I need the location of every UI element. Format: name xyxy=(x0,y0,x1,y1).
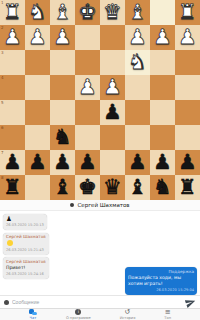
black-king: ♚ xyxy=(78,175,97,200)
rank-label: 4 xyxy=(1,76,4,80)
square-e8[interactable]: ♚ xyxy=(75,175,100,200)
black-pawn: ♟ xyxy=(53,150,72,175)
square-d2[interactable] xyxy=(100,25,125,50)
white-knight: ♞ xyxy=(128,50,147,75)
square-c5[interactable] xyxy=(125,100,150,125)
black-pawn: ♟ xyxy=(78,150,97,175)
square-d7[interactable] xyxy=(100,150,125,175)
black-pawn: ♟ xyxy=(153,150,172,175)
square-b6[interactable] xyxy=(150,125,175,150)
square-h1[interactable]: 1♜ xyxy=(0,0,25,25)
square-b8[interactable]: ♞ xyxy=(150,175,175,200)
rank-label: 7 xyxy=(1,151,4,155)
square-d1[interactable]: ♛ xyxy=(100,0,125,25)
square-g5[interactable] xyxy=(25,100,50,125)
message-body: Пожалуйста ходи, мы хотим играть! xyxy=(128,275,194,287)
square-c7[interactable]: ♟ xyxy=(125,150,150,175)
square-f8[interactable]: ♝ xyxy=(50,175,75,200)
black-pawn: ♟ xyxy=(178,150,197,175)
black-knight: ♞ xyxy=(53,125,72,150)
square-h6[interactable]: 6 xyxy=(0,125,25,150)
square-e7[interactable]: ♟ xyxy=(75,150,100,175)
chess-board[interactable]: 1♜♞♝♚♛♝♜2♟♟♟♟♟♟3♞4♟♟5♟6♞7♟♟♟♟♟♟♟8♜♝♚♛♝♞♜ xyxy=(0,0,200,200)
white-pawn: ♟ xyxy=(78,75,97,100)
square-d8[interactable]: ♛ xyxy=(100,175,125,200)
white-pawn: ♟ xyxy=(28,25,47,50)
white-pawn: ♟ xyxy=(178,25,197,50)
info-circle-icon: i xyxy=(75,309,81,315)
square-a6[interactable] xyxy=(175,125,200,150)
square-b7[interactable]: ♟ xyxy=(150,150,175,175)
square-a5[interactable] xyxy=(175,100,200,125)
nav-tab-label: Топ xyxy=(164,316,171,320)
smiley-emoji-icon xyxy=(7,240,13,246)
black-rook: ♜ xyxy=(178,175,197,200)
square-h3[interactable]: 3 xyxy=(0,50,25,75)
square-f3[interactable] xyxy=(50,50,75,75)
message-sender: Сергей Шахматов xyxy=(6,259,46,265)
black-bishop: ♝ xyxy=(128,175,147,200)
send-button[interactable] xyxy=(184,297,196,308)
square-f1[interactable]: ♝ xyxy=(50,0,75,25)
black-bishop: ♝ xyxy=(53,175,72,200)
message-timestamp: 26.03.2020 15:29:04 xyxy=(128,288,194,293)
square-f4[interactable] xyxy=(50,75,75,100)
bottom-nav-bar: ЧатiО программе↺История≡Топ xyxy=(0,308,200,320)
nav-tab-о-программе[interactable]: iО программе xyxy=(66,309,91,320)
square-c6[interactable] xyxy=(125,125,150,150)
nav-tab-label: История xyxy=(120,316,136,320)
white-pawn: ♟ xyxy=(153,25,172,50)
square-g6[interactable] xyxy=(25,125,50,150)
chat-bubbles-icon xyxy=(29,309,37,315)
square-a4[interactable] xyxy=(175,75,200,100)
online-dot-icon xyxy=(70,203,74,207)
square-d3[interactable] xyxy=(100,50,125,75)
square-g2[interactable]: ♟ xyxy=(25,25,50,50)
black-knight: ♞ xyxy=(153,175,172,200)
square-b3[interactable] xyxy=(150,50,175,75)
message-input-bar xyxy=(0,295,200,308)
chat-message-list: ♟26.03.2020 15:20:13Сергей Шахматов26.03… xyxy=(0,211,200,295)
square-c2[interactable]: ♟ xyxy=(125,25,150,50)
emoji-icon[interactable] xyxy=(4,300,9,305)
incoming-message: Сергей Шахматов26.03.2020 15:21:43 xyxy=(3,233,49,255)
white-king: ♚ xyxy=(78,0,97,25)
nav-tab-топ[interactable]: ≡Топ xyxy=(164,309,171,320)
square-b1[interactable] xyxy=(150,0,175,25)
white-bishop: ♝ xyxy=(128,0,147,25)
white-pawn: ♟ xyxy=(53,25,72,50)
black-rook: ♜ xyxy=(3,175,22,200)
white-knight: ♞ xyxy=(28,0,47,25)
black-pawn: ♟ xyxy=(128,150,147,175)
square-e3[interactable] xyxy=(75,50,100,75)
square-g3[interactable] xyxy=(25,50,50,75)
square-e4[interactable]: ♟ xyxy=(75,75,100,100)
square-h2[interactable]: 2♟ xyxy=(0,25,25,50)
outgoing-message: ПоддержкаПожалуйста ходи, мы хотим играт… xyxy=(125,267,197,295)
rank-label: 1 xyxy=(1,1,4,5)
white-pawn: ♟ xyxy=(128,25,147,50)
black-pawn: ♟ xyxy=(28,150,47,175)
square-a1[interactable]: ♜ xyxy=(175,0,200,25)
square-a7[interactable]: ♟ xyxy=(175,150,200,175)
rank-label: 5 xyxy=(1,101,4,105)
square-f2[interactable]: ♟ xyxy=(50,25,75,50)
square-b2[interactable]: ♟ xyxy=(150,25,175,50)
white-rook: ♜ xyxy=(178,0,197,25)
game-header: Сергей Шахматов xyxy=(0,200,200,211)
square-e1[interactable]: ♚ xyxy=(75,0,100,25)
square-f7[interactable]: ♟ xyxy=(50,150,75,175)
square-e2[interactable] xyxy=(75,25,100,50)
square-g7[interactable]: ♟ xyxy=(25,150,50,175)
square-a8[interactable]: ♜ xyxy=(175,175,200,200)
nav-tab-label: Чат xyxy=(30,316,37,320)
square-d4[interactable]: ♟ xyxy=(100,75,125,100)
paper-plane-icon xyxy=(185,297,196,308)
square-h7[interactable]: 7♟ xyxy=(0,150,25,175)
square-a3[interactable] xyxy=(175,50,200,75)
square-b5[interactable] xyxy=(150,100,175,125)
square-h8[interactable]: 8♜ xyxy=(0,175,25,200)
history-arrow-icon: ↺ xyxy=(125,309,131,316)
black-pawn: ♟ xyxy=(3,150,22,175)
message-timestamp: 26.03.2020 15:24:16 xyxy=(6,272,46,277)
message-body: Привет! xyxy=(6,265,46,271)
square-c3[interactable]: ♞ xyxy=(125,50,150,75)
square-e6[interactable] xyxy=(75,125,100,150)
square-d5[interactable]: ♟ xyxy=(100,100,125,125)
square-f5[interactable] xyxy=(50,100,75,125)
white-rook: ♜ xyxy=(3,0,22,25)
square-e5[interactable] xyxy=(75,100,100,125)
black-pawn: ♟ xyxy=(103,100,122,125)
rank-label: 3 xyxy=(1,51,4,55)
square-b4[interactable] xyxy=(150,75,175,100)
message-body xyxy=(6,240,46,246)
square-c1[interactable]: ♝ xyxy=(125,0,150,25)
pawn-sticker-icon: ♟ xyxy=(6,215,12,223)
square-c8[interactable]: ♝ xyxy=(125,175,150,200)
black-queen: ♛ xyxy=(103,175,122,200)
rank-label: 6 xyxy=(1,126,4,130)
nav-tab-label: О программе xyxy=(66,316,91,320)
message-input[interactable] xyxy=(12,299,181,305)
list-lines-icon: ≡ xyxy=(165,309,171,316)
square-g4[interactable] xyxy=(25,75,50,100)
white-pawn: ♟ xyxy=(3,25,22,50)
rank-label: 8 xyxy=(1,176,4,180)
incoming-message: ♟26.03.2020 15:20:13 xyxy=(3,214,47,230)
square-h4[interactable]: 4 xyxy=(0,75,25,100)
square-a2[interactable]: ♟ xyxy=(175,25,200,50)
white-queen: ♛ xyxy=(103,0,122,25)
nav-tab-чат[interactable]: Чат xyxy=(29,309,37,320)
square-g8[interactable] xyxy=(25,175,50,200)
square-d6[interactable] xyxy=(100,125,125,150)
message-timestamp: 26.03.2020 15:21:43 xyxy=(6,248,46,253)
square-h5[interactable]: 5 xyxy=(0,100,25,125)
white-bishop: ♝ xyxy=(53,0,72,25)
white-pawn: ♟ xyxy=(103,75,122,100)
message-timestamp: 26.03.2020 15:20:13 xyxy=(6,223,44,228)
square-g1[interactable]: ♞ xyxy=(25,0,50,25)
rank-label: 2 xyxy=(1,26,4,30)
square-c4[interactable] xyxy=(125,75,150,100)
opponent-name: Сергей Шахматов xyxy=(77,202,129,208)
incoming-message: Сергей ШахматовПривет! 26.03.2020 15:24:… xyxy=(3,257,49,279)
nav-tab-история[interactable]: ↺История xyxy=(120,309,136,320)
square-f6[interactable]: ♞ xyxy=(50,125,75,150)
message-sender: Сергей Шахматов xyxy=(6,234,46,240)
message-body: ♟ xyxy=(6,216,44,223)
message-sender: Поддержка xyxy=(128,269,194,275)
